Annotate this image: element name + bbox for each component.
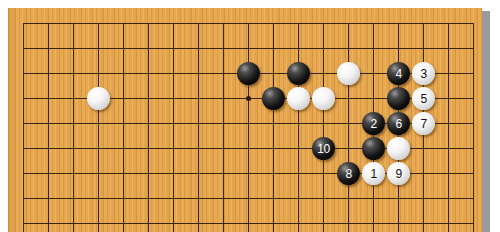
stone-white-move-7: 7 [412, 112, 435, 135]
move-number-label: 2 [370, 118, 376, 130]
grid-line-vertical [448, 23, 449, 232]
stone-white-move-3: 3 [412, 62, 435, 85]
move-number-label: 5 [420, 93, 426, 105]
move-number-label: 10 [317, 143, 329, 155]
grid-line-vertical [273, 23, 274, 232]
stone-black [237, 62, 260, 85]
stone-black-move-2: 2 [362, 112, 385, 135]
grid-line-vertical [73, 23, 74, 232]
stone-white-move-5: 5 [412, 87, 435, 110]
stone-black-move-8: 8 [337, 162, 360, 185]
stone-black [362, 137, 385, 160]
grid-line-vertical [98, 23, 99, 232]
stone-white [87, 87, 110, 110]
go-diagram-page: 43526710819 [0, 0, 500, 232]
stone-white [312, 87, 335, 110]
grid-line-vertical [48, 23, 49, 232]
stone-white-move-1: 1 [362, 162, 385, 185]
grid-line-vertical [248, 23, 249, 232]
stone-black-move-6: 6 [387, 112, 410, 135]
move-number-label: 8 [345, 168, 351, 180]
stone-white [287, 87, 310, 110]
grid-line-horizontal [23, 223, 474, 224]
stone-black-move-10: 10 [312, 137, 335, 160]
stone-black-move-4: 4 [387, 62, 410, 85]
move-number-label: 3 [420, 68, 426, 80]
grid-line-horizontal [23, 23, 474, 24]
grid-line-vertical [298, 23, 299, 232]
move-number-label: 9 [395, 168, 401, 180]
grid-line-horizontal [23, 198, 474, 199]
grid-line-vertical [223, 23, 224, 232]
stone-white [387, 137, 410, 160]
grid-line-vertical [348, 23, 349, 232]
move-number-label: 4 [395, 68, 401, 80]
stone-black [387, 87, 410, 110]
go-board[interactable]: 43526710819 [8, 8, 482, 232]
grid-line-vertical [173, 23, 174, 232]
board-drop-shadow [482, 11, 490, 232]
grid-line-vertical [473, 23, 474, 232]
move-number-label: 1 [370, 168, 376, 180]
stone-white-move-9: 9 [387, 162, 410, 185]
grid-line-vertical [148, 23, 149, 232]
grid-line-vertical [198, 23, 199, 232]
star-point [246, 96, 251, 101]
grid-line-vertical [23, 23, 24, 232]
grid-line-vertical [323, 23, 324, 232]
grid-line-vertical [123, 23, 124, 232]
move-number-label: 6 [395, 118, 401, 130]
grid-line-horizontal [23, 48, 474, 49]
stone-black [287, 62, 310, 85]
stone-black [262, 87, 285, 110]
stone-white [337, 62, 360, 85]
move-number-label: 7 [420, 118, 426, 130]
